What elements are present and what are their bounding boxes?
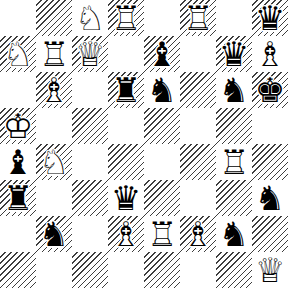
black-knight-icon: ♞	[216, 216, 252, 252]
square-g2[interactable]: ♞♞	[216, 216, 252, 252]
square-a5[interactable]: ♚♔	[0, 108, 36, 144]
black-queen-icon: ♛	[216, 36, 252, 72]
black-bishop-icon: ♝	[144, 36, 180, 72]
square-g8[interactable]	[216, 0, 252, 36]
square-h1[interactable]: ♛♕	[252, 252, 288, 288]
square-b2[interactable]: ♞♞	[36, 216, 72, 252]
square-g1[interactable]	[216, 252, 252, 288]
black-knight-icon: ♞	[252, 180, 288, 216]
square-d2[interactable]: ♝♗	[108, 216, 144, 252]
black-bishop-halo: ♝	[0, 144, 36, 180]
black-bishop-icon: ♝	[0, 144, 36, 180]
square-h2[interactable]	[252, 216, 288, 252]
white-knight-icon: ♘	[36, 144, 72, 180]
square-f2[interactable]: ♝♗	[180, 216, 216, 252]
square-c2[interactable]	[72, 216, 108, 252]
square-c7[interactable]: ♛♕	[72, 36, 108, 72]
square-b1[interactable]	[36, 252, 72, 288]
black-knight-icon: ♞	[144, 72, 180, 108]
white-bishop-halo: ♝	[252, 36, 288, 72]
black-knight-icon: ♞	[216, 72, 252, 108]
white-bishop-icon: ♗	[252, 36, 288, 72]
square-a4[interactable]: ♝♝	[0, 144, 36, 180]
square-e5[interactable]	[144, 108, 180, 144]
black-rook-icon: ♜	[108, 72, 144, 108]
square-g6[interactable]: ♞♞	[216, 72, 252, 108]
white-knight-icon: ♘	[0, 36, 36, 72]
white-bishop-halo: ♝	[180, 216, 216, 252]
square-d7[interactable]	[108, 36, 144, 72]
square-f8[interactable]: ♜♖	[180, 0, 216, 36]
square-h7[interactable]: ♝♗	[252, 36, 288, 72]
black-queen-halo: ♛	[108, 180, 144, 216]
square-g3[interactable]	[216, 180, 252, 216]
square-d5[interactable]	[108, 108, 144, 144]
white-bishop-icon: ♗	[108, 216, 144, 252]
white-rook-halo: ♜	[216, 144, 252, 180]
square-d1[interactable]	[108, 252, 144, 288]
square-e3[interactable]	[144, 180, 180, 216]
square-a8[interactable]	[0, 0, 36, 36]
square-h8[interactable]: ♛♛	[252, 0, 288, 36]
white-king-icon: ♔	[0, 108, 36, 144]
square-a2[interactable]	[0, 216, 36, 252]
white-bishop-halo: ♝	[108, 216, 144, 252]
white-rook-halo: ♜	[36, 36, 72, 72]
square-b3[interactable]	[36, 180, 72, 216]
square-e8[interactable]	[144, 0, 180, 36]
square-e1[interactable]	[144, 252, 180, 288]
black-knight-icon: ♞	[36, 216, 72, 252]
white-rook-icon: ♖	[108, 0, 144, 36]
square-f5[interactable]	[180, 108, 216, 144]
square-d3[interactable]: ♛♛	[108, 180, 144, 216]
square-b7[interactable]: ♜♖	[36, 36, 72, 72]
square-f3[interactable]	[180, 180, 216, 216]
square-a3[interactable]: ♜♜	[0, 180, 36, 216]
square-h6[interactable]: ♚♚	[252, 72, 288, 108]
square-h5[interactable]	[252, 108, 288, 144]
white-queen-halo: ♛	[72, 36, 108, 72]
square-c4[interactable]	[72, 144, 108, 180]
white-knight-halo: ♞	[36, 144, 72, 180]
black-rook-halo: ♜	[108, 72, 144, 108]
square-h3[interactable]: ♞♞	[252, 180, 288, 216]
square-c1[interactable]	[72, 252, 108, 288]
white-rook-icon: ♖	[144, 216, 180, 252]
white-bishop-icon: ♗	[180, 216, 216, 252]
black-knight-halo: ♞	[36, 216, 72, 252]
black-king-halo: ♚	[252, 72, 288, 108]
square-b8[interactable]	[36, 0, 72, 36]
black-knight-halo: ♞	[252, 180, 288, 216]
square-c3[interactable]	[72, 180, 108, 216]
square-c5[interactable]	[72, 108, 108, 144]
white-rook-halo: ♜	[180, 0, 216, 36]
white-rook-icon: ♖	[180, 0, 216, 36]
square-e2[interactable]: ♜♖	[144, 216, 180, 252]
square-g5[interactable]	[216, 108, 252, 144]
black-queen-icon: ♛	[108, 180, 144, 216]
black-queen-halo: ♛	[216, 36, 252, 72]
white-rook-icon: ♖	[216, 144, 252, 180]
square-b6[interactable]: ♝♗	[36, 72, 72, 108]
square-b4[interactable]: ♞♘	[36, 144, 72, 180]
white-king-halo: ♚	[0, 108, 36, 144]
chess-board: ♞♘♜♖♜♖♛♛♞♘♜♖♛♕♝♝♛♛♝♗♝♗♜♜♞♞♞♞♚♚♚♔♝♝♞♘♜♖♜♜…	[0, 0, 288, 288]
square-d8[interactable]: ♜♖	[108, 0, 144, 36]
square-e4[interactable]	[144, 144, 180, 180]
black-knight-halo: ♞	[216, 216, 252, 252]
white-bishop-halo: ♝	[36, 72, 72, 108]
square-a7[interactable]: ♞♘	[0, 36, 36, 72]
square-f4[interactable]	[180, 144, 216, 180]
square-d4[interactable]	[108, 144, 144, 180]
black-queen-icon: ♛	[252, 0, 288, 36]
black-queen-halo: ♛	[252, 0, 288, 36]
square-f7[interactable]	[180, 36, 216, 72]
black-knight-halo: ♞	[216, 72, 252, 108]
square-e7[interactable]: ♝♝	[144, 36, 180, 72]
black-bishop-halo: ♝	[144, 36, 180, 72]
square-a1[interactable]	[0, 252, 36, 288]
black-rook-halo: ♜	[0, 180, 36, 216]
black-king-icon: ♚	[252, 72, 288, 108]
square-f6[interactable]	[180, 72, 216, 108]
black-knight-halo: ♞	[144, 72, 180, 108]
white-rook-halo: ♜	[108, 0, 144, 36]
white-rook-halo: ♜	[144, 216, 180, 252]
black-rook-icon: ♜	[0, 180, 36, 216]
white-rook-icon: ♖	[36, 36, 72, 72]
white-queen-icon: ♕	[72, 36, 108, 72]
square-d6[interactable]: ♜♜	[108, 72, 144, 108]
square-c6[interactable]	[72, 72, 108, 108]
white-knight-halo: ♞	[72, 0, 108, 36]
square-a6[interactable]	[0, 72, 36, 108]
square-g4[interactable]: ♜♖	[216, 144, 252, 180]
white-queen-icon: ♕	[252, 252, 288, 288]
white-knight-halo: ♞	[0, 36, 36, 72]
white-knight-icon: ♘	[72, 0, 108, 36]
square-b5[interactable]	[36, 108, 72, 144]
square-f1[interactable]	[180, 252, 216, 288]
square-g7[interactable]: ♛♛	[216, 36, 252, 72]
square-c8[interactable]: ♞♘	[72, 0, 108, 36]
square-e6[interactable]: ♞♞	[144, 72, 180, 108]
square-h4[interactable]	[252, 144, 288, 180]
white-queen-halo: ♛	[252, 252, 288, 288]
white-bishop-icon: ♗	[36, 72, 72, 108]
